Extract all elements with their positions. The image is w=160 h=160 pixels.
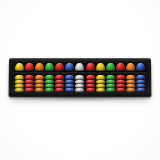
rod-5-earth-column [54,75,64,92]
abacus-board [9,58,152,97]
rod-8-earth-column [85,75,95,92]
rod-3-earth-column [34,75,44,92]
earth-deck [14,75,147,92]
rod-9-earth-column [95,75,105,92]
earth-bead-blue-rod-6[interactable] [65,88,74,92]
earth-bead-red-rod-2[interactable] [24,88,33,92]
rod-7-earth-column [75,75,85,92]
heaven-bead-red-rod-5[interactable] [55,63,64,71]
earth-bead-yellow-rod-1[interactable] [14,88,23,92]
product-photo-background [0,0,160,160]
rod-10-heaven-column [105,63,115,71]
heaven-bead-green-rod-4[interactable] [45,63,54,71]
earth-bead-blue-rod-13[interactable] [137,88,146,92]
rod-9-heaven-column [95,63,105,71]
rod-11-earth-column [116,75,126,92]
heaven-bead-white-rod-7[interactable] [75,63,84,71]
earth-bead-yellow-rod-9[interactable] [96,88,105,92]
heaven-bead-yellow-rod-1[interactable] [14,63,23,71]
rod-12-heaven-column [126,63,136,71]
heaven-bead-red-rod-11[interactable] [116,63,125,71]
heaven-bead-red-rod-8[interactable] [86,63,95,71]
rod-3-heaven-column [34,63,44,71]
earth-bead-red-rod-8[interactable] [86,88,95,92]
abacus-inner-frame [14,63,147,91]
rod-6-earth-column [65,75,75,92]
earth-bead-white-rod-7[interactable] [75,88,84,92]
earth-bead-green-rod-4[interactable] [45,88,54,92]
rod-1-heaven-column [14,63,24,71]
rod-5-heaven-column [55,63,65,71]
rod-13-heaven-column [136,63,146,71]
earth-bead-orange-rod-12[interactable] [127,88,136,92]
earth-bead-red-rod-11[interactable] [116,88,125,92]
heaven-bead-red-rod-2[interactable] [25,63,34,71]
rod-8-heaven-column [85,63,95,71]
heaven-bead-yellow-rod-9[interactable] [96,63,105,71]
earth-bead-green-rod-10[interactable] [106,88,115,92]
rod-1-earth-column [14,75,24,92]
rod-13-earth-column [136,75,146,92]
earth-bead-red-rod-5[interactable] [55,88,64,92]
rod-4-earth-column [44,75,54,92]
rod-4-heaven-column [44,63,54,71]
heaven-bead-orange-rod-12[interactable] [126,63,135,71]
rod-6-heaven-column [65,63,75,71]
rod-2-earth-column [24,75,34,92]
rod-12-earth-column [126,75,136,92]
rod-11-heaven-column [116,63,126,71]
rod-7-heaven-column [75,63,85,71]
heaven-bead-orange-rod-3[interactable] [35,63,44,71]
earth-bead-orange-rod-3[interactable] [35,88,44,92]
rod-2-heaven-column [24,63,34,71]
heaven-bead-green-rod-10[interactable] [106,63,115,71]
heaven-bead-blue-rod-13[interactable] [136,63,145,71]
heaven-bead-blue-rod-6[interactable] [65,63,74,71]
heaven-deck [14,63,146,71]
rod-10-earth-column [105,75,115,92]
